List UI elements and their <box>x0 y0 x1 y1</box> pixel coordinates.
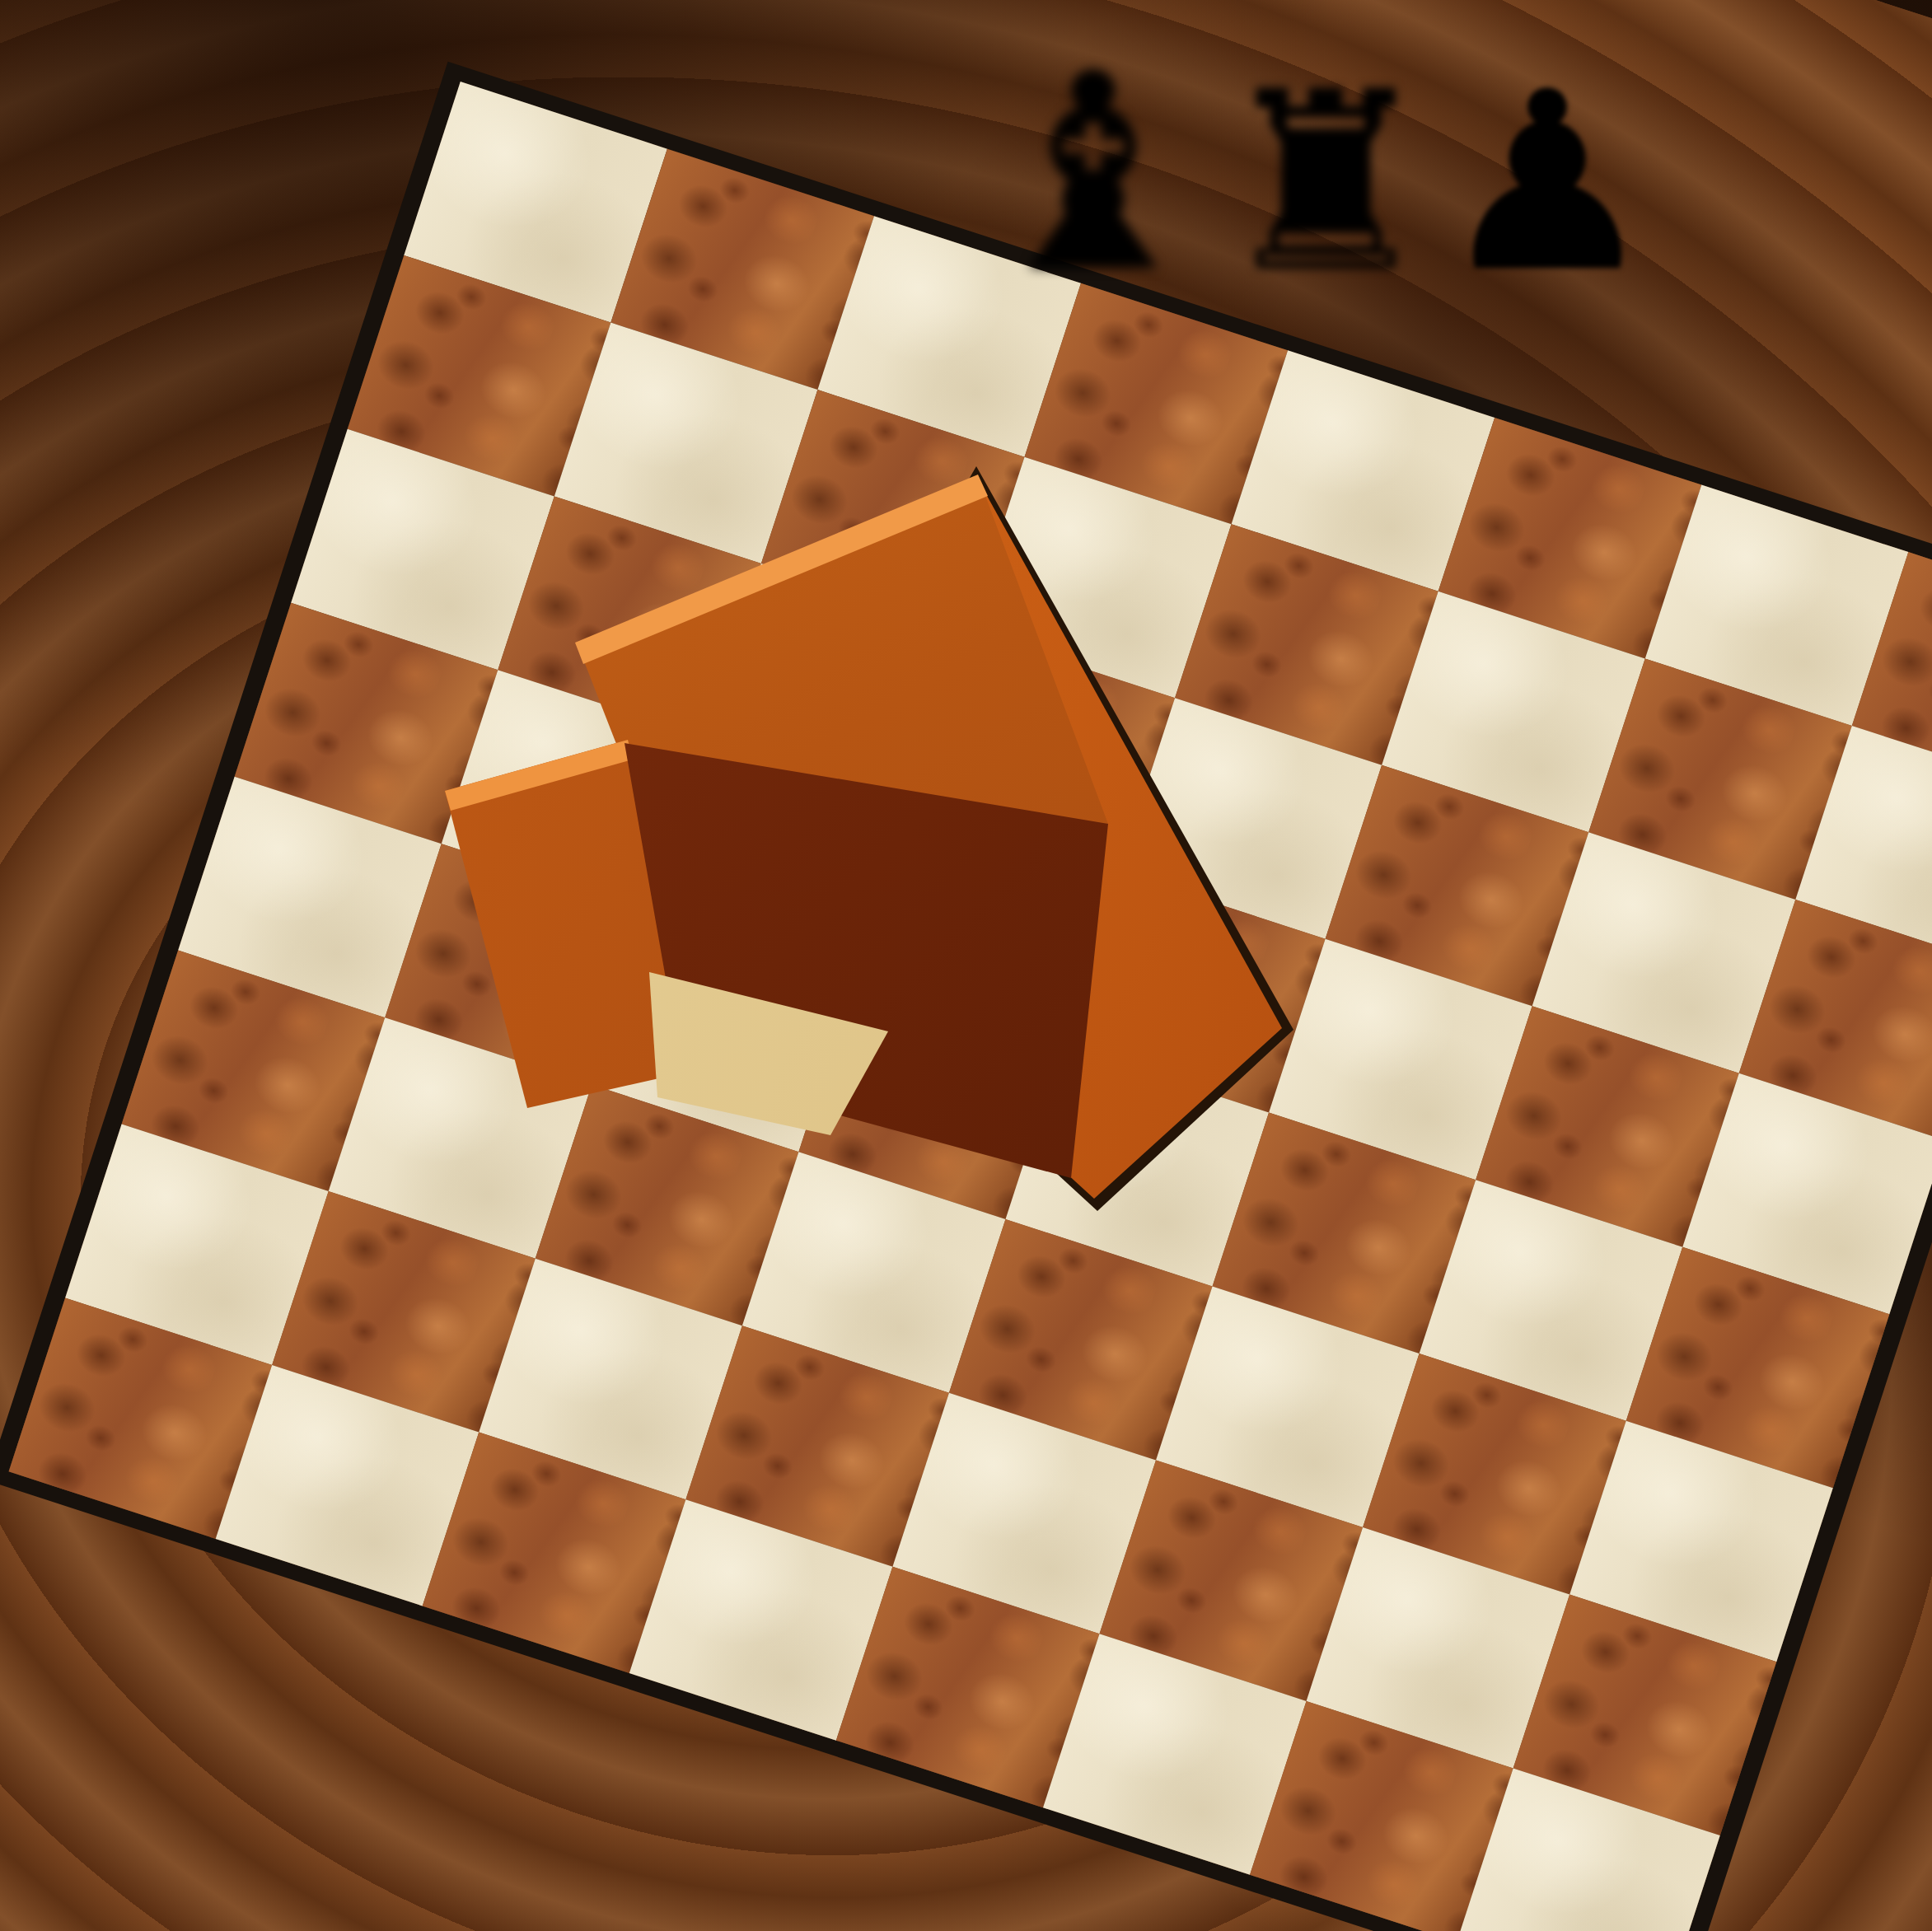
piece-pewter-bishop[interactable]: ♝ <box>971 16 1215 332</box>
piece-cutoff-base[interactable]: ♟ <box>1437 39 1658 326</box>
piece-silver-rook[interactable]: ♜ <box>1215 39 1437 326</box>
coin-purse[interactable]: C W M COCOMEISTER <box>0 0 1932 16</box>
product-photo-scene: C W M COCOMEISTER ♟♞♝♟♟♝♜♟ <box>0 0 1932 1931</box>
